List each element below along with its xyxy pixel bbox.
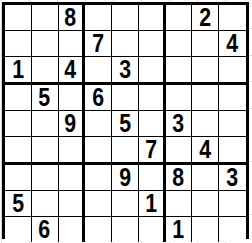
cell-r2c6[interactable] xyxy=(139,31,166,57)
sudoku-board: 827414356953749835161 xyxy=(2,2,249,239)
given-digit: 1 xyxy=(173,216,185,242)
cell-r8c1[interactable]: 5 xyxy=(5,191,32,217)
cell-r1c8[interactable]: 2 xyxy=(192,5,219,31)
cell-r8c8[interactable] xyxy=(192,191,219,217)
cell-r1c3[interactable]: 8 xyxy=(59,5,86,31)
given-digit: 9 xyxy=(119,164,131,190)
cell-r7c8[interactable] xyxy=(192,165,219,191)
cell-r6c6[interactable]: 7 xyxy=(139,137,166,165)
cell-r5c3[interactable]: 9 xyxy=(59,111,86,137)
given-digit: 6 xyxy=(39,216,51,242)
given-digit: 2 xyxy=(199,4,211,30)
given-digit: 3 xyxy=(173,110,185,136)
cell-r7c9[interactable]: 3 xyxy=(219,165,246,191)
cell-r3c4[interactable] xyxy=(85,57,112,85)
cell-r5c4[interactable] xyxy=(85,111,112,137)
cell-r6c2[interactable] xyxy=(32,137,59,165)
given-digit: 3 xyxy=(227,164,239,190)
given-digit: 9 xyxy=(65,110,77,136)
cell-r4c2[interactable]: 5 xyxy=(32,85,59,111)
cell-r5c7[interactable]: 3 xyxy=(166,111,193,137)
given-digit: 4 xyxy=(199,136,211,162)
cell-r2c7[interactable] xyxy=(166,31,193,57)
cell-r6c8[interactable]: 4 xyxy=(192,137,219,165)
given-digit: 4 xyxy=(65,56,77,82)
cell-r9c3[interactable] xyxy=(59,217,86,242)
cell-r6c5[interactable] xyxy=(112,137,139,165)
cell-r3c7[interactable] xyxy=(166,57,193,85)
cell-r7c4[interactable] xyxy=(85,165,112,191)
cell-r1c6[interactable] xyxy=(139,5,166,31)
cell-r6c1[interactable] xyxy=(5,137,32,165)
cell-r6c4[interactable] xyxy=(85,137,112,165)
cell-r9c7[interactable]: 1 xyxy=(166,217,193,242)
cell-r1c5[interactable] xyxy=(112,5,139,31)
cell-r3c1[interactable]: 1 xyxy=(5,57,32,85)
cell-r5c5[interactable]: 5 xyxy=(112,111,139,137)
cell-r2c9[interactable]: 4 xyxy=(219,31,246,57)
given-digit: 3 xyxy=(119,56,131,82)
given-digit: 5 xyxy=(119,110,131,136)
spreadsheet-background: 827414356953749835161 xyxy=(0,0,252,243)
cell-r4c6[interactable] xyxy=(139,85,166,111)
cell-r4c9[interactable] xyxy=(219,85,246,111)
cell-r7c3[interactable] xyxy=(59,165,86,191)
given-digit: 1 xyxy=(12,56,24,82)
cell-r9c8[interactable] xyxy=(192,217,219,242)
cell-r6c3[interactable] xyxy=(59,137,86,165)
given-digit: 6 xyxy=(92,84,104,110)
cell-r6c9[interactable] xyxy=(219,137,246,165)
cell-r8c3[interactable] xyxy=(59,191,86,217)
cell-r5c2[interactable] xyxy=(32,111,59,137)
cell-r9c9[interactable] xyxy=(219,217,246,242)
given-digit: 8 xyxy=(173,164,185,190)
given-digit: 5 xyxy=(12,190,24,216)
cell-r6c7[interactable] xyxy=(166,137,193,165)
cell-r8c9[interactable] xyxy=(219,191,246,217)
given-digit: 4 xyxy=(227,30,239,56)
cell-r9c4[interactable] xyxy=(85,217,112,242)
cell-r1c7[interactable] xyxy=(166,5,193,31)
cell-r1c2[interactable] xyxy=(32,5,59,31)
cell-r3c5[interactable]: 3 xyxy=(112,57,139,85)
cell-r7c5[interactable]: 9 xyxy=(112,165,139,191)
given-digit: 7 xyxy=(145,136,157,162)
cell-r2c2[interactable] xyxy=(32,31,59,57)
given-digit: 8 xyxy=(65,4,77,30)
cell-r5c9[interactable] xyxy=(219,111,246,137)
cell-r9c6[interactable] xyxy=(139,217,166,242)
cell-r3c8[interactable] xyxy=(192,57,219,85)
cell-r8c5[interactable] xyxy=(112,191,139,217)
cell-r7c7[interactable]: 8 xyxy=(166,165,193,191)
cell-r7c2[interactable] xyxy=(32,165,59,191)
given-digit: 5 xyxy=(39,84,51,110)
cell-r8c6[interactable]: 1 xyxy=(139,191,166,217)
cell-r8c4[interactable] xyxy=(85,191,112,217)
cell-r4c8[interactable] xyxy=(192,85,219,111)
cell-r5c1[interactable] xyxy=(5,111,32,137)
given-digit: 1 xyxy=(145,190,157,216)
cell-r3c9[interactable] xyxy=(219,57,246,85)
cell-r2c4[interactable]: 7 xyxy=(85,31,112,57)
cell-r3c3[interactable]: 4 xyxy=(59,57,86,85)
cell-r3c2[interactable] xyxy=(32,57,59,85)
cell-r9c1[interactable] xyxy=(5,217,32,242)
cell-r2c8[interactable] xyxy=(192,31,219,57)
cell-r3c6[interactable] xyxy=(139,57,166,85)
cell-r9c5[interactable] xyxy=(112,217,139,242)
cell-r4c1[interactable] xyxy=(5,85,32,111)
cell-r4c4[interactable]: 6 xyxy=(85,85,112,111)
cell-r9c2[interactable]: 6 xyxy=(32,217,59,242)
given-digit: 7 xyxy=(92,30,104,56)
cell-r1c1[interactable] xyxy=(5,5,32,31)
